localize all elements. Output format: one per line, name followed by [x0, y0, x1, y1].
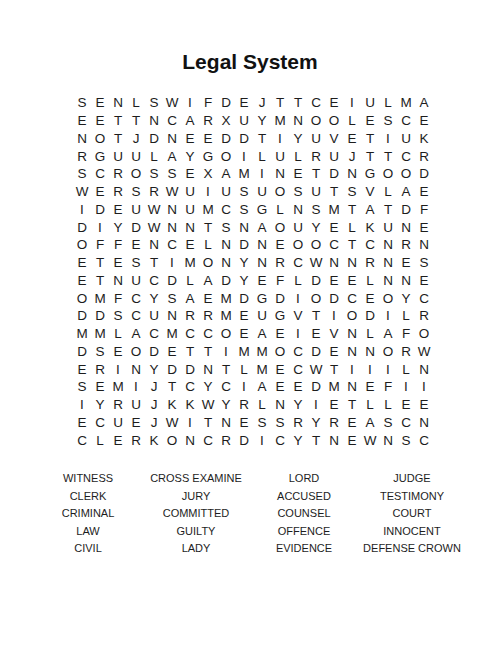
grid-cell: S [73, 94, 91, 112]
grid-cell: Y [289, 431, 307, 449]
grid-cell: W [415, 343, 433, 361]
grid-cell: G [271, 307, 289, 325]
grid-cell: I [73, 201, 91, 219]
grid-cell: O [307, 112, 325, 130]
grid-cell: R [397, 343, 415, 361]
grid-cell: D [145, 343, 163, 361]
grid-cell: D [91, 307, 109, 325]
grid-cell: D [235, 236, 253, 254]
grid-cell: Y [181, 147, 199, 165]
grid-cell: I [379, 360, 397, 378]
grid-cell: E [397, 396, 415, 414]
grid-cell: O [271, 218, 289, 236]
grid-cell: E [91, 378, 109, 396]
grid-cell: E [415, 218, 433, 236]
grid-cell: O [127, 165, 145, 183]
grid-cell: X [217, 112, 235, 130]
grid-cell: S [163, 289, 181, 307]
grid-cell: S [343, 183, 361, 201]
grid-cell: N [379, 272, 397, 290]
grid-cell: L [343, 112, 361, 130]
grid-cell: W [145, 201, 163, 219]
grid-cell: I [91, 218, 109, 236]
word-list-item: OFFENCE [250, 523, 358, 541]
grid-cell: R [199, 112, 217, 130]
grid-cell: S [307, 201, 325, 219]
grid-cell: D [73, 307, 91, 325]
grid-cell: D [307, 272, 325, 290]
grid-cell: C [127, 307, 145, 325]
grid-cell: I [235, 378, 253, 396]
grid-cell: V [361, 183, 379, 201]
grid-cell: O [73, 236, 91, 254]
grid-cell: I [181, 94, 199, 112]
grid-cell: S [163, 165, 181, 183]
grid-cell: E [73, 254, 91, 272]
grid-cell: E [109, 254, 127, 272]
grid-cell: L [361, 272, 379, 290]
grid-cell: S [145, 165, 163, 183]
grid-cell: T [325, 360, 343, 378]
grid-cell: T [379, 147, 397, 165]
grid-cell: E [199, 130, 217, 148]
grid-cell: L [199, 236, 217, 254]
grid-cell: E [289, 378, 307, 396]
word-list-item: ACCUSED [250, 488, 358, 506]
grid-cell: A [163, 147, 181, 165]
grid-cell: D [145, 130, 163, 148]
grid-cell: I [307, 396, 325, 414]
grid-cell: L [397, 360, 415, 378]
grid-cell: N [163, 307, 181, 325]
grid-cell: F [109, 289, 127, 307]
grid-cell: N [397, 218, 415, 236]
grid-cell: V [325, 325, 343, 343]
word-list-column-2: CROSS EXAMINEJURYCOMMITTEDGUILTYLADY [142, 470, 250, 558]
grid-cell: D [325, 289, 343, 307]
grid-cell: U [379, 218, 397, 236]
grid-cell: O [217, 325, 235, 343]
grid-cell: S [217, 218, 235, 236]
grid-cell: R [91, 360, 109, 378]
grid-cell: O [343, 307, 361, 325]
grid-cell: I [379, 130, 397, 148]
grid-cell: O [379, 165, 397, 183]
grid-cell: D [217, 94, 235, 112]
grid-cell: T [307, 307, 325, 325]
grid-cell: C [361, 236, 379, 254]
grid-cell: I [163, 254, 181, 272]
grid-cell: R [271, 254, 289, 272]
grid-cell: I [181, 414, 199, 432]
grid-cell: I [217, 343, 235, 361]
grid-cell: O [217, 147, 235, 165]
word-list-item: JUDGE [358, 470, 466, 488]
grid-cell: E [199, 289, 217, 307]
grid-cell: T [145, 254, 163, 272]
word-list-column-3: LORDACCUSEDCOUNSELOFFENCEEVIDENCE [250, 470, 358, 558]
grid-cell: M [91, 289, 109, 307]
grid-cell: M [217, 307, 235, 325]
word-list-item: CROSS EXAMINE [142, 470, 250, 488]
grid-cell: O [415, 325, 433, 343]
grid-cell: C [181, 325, 199, 343]
grid-cell: R [361, 254, 379, 272]
grid-cell: K [163, 396, 181, 414]
grid-cell: E [181, 165, 199, 183]
grid-cell: N [343, 325, 361, 343]
grid-cell: D [163, 272, 181, 290]
grid-cell: N [343, 254, 361, 272]
grid-cell: U [289, 218, 307, 236]
grid-cell: A [253, 378, 271, 396]
grid-cell: A [217, 165, 235, 183]
grid-cell: T [217, 360, 235, 378]
word-list-item: GUILTY [142, 523, 250, 541]
grid-cell: L [361, 325, 379, 343]
grid-cell: I [253, 165, 271, 183]
grid-cell: L [379, 396, 397, 414]
grid-cell: U [325, 147, 343, 165]
grid-cell: S [91, 343, 109, 361]
grid-cell: M [109, 378, 127, 396]
grid-cell: R [289, 414, 307, 432]
grid-cell: S [415, 254, 433, 272]
grid-cell: T [343, 236, 361, 254]
grid-cell: M [325, 201, 343, 219]
grid-cell: F [397, 325, 415, 343]
grid-cell: U [127, 396, 145, 414]
grid-cell: S [145, 94, 163, 112]
grid-cell: N [109, 94, 127, 112]
grid-cell: C [397, 414, 415, 432]
word-list-item: CLERK [34, 488, 142, 506]
grid-cell: C [415, 289, 433, 307]
grid-cell: L [289, 147, 307, 165]
grid-cell: W [307, 254, 325, 272]
grid-cell: E [271, 236, 289, 254]
grid-cell: L [397, 307, 415, 325]
grid-cell: I [73, 396, 91, 414]
grid-cell: S [379, 414, 397, 432]
grid-cell: N [145, 236, 163, 254]
grid-cell: G [91, 147, 109, 165]
grid-cell: T [361, 147, 379, 165]
grid-cell: N [415, 360, 433, 378]
grid-cell: N [235, 218, 253, 236]
grid-cell: S [397, 431, 415, 449]
grid-cell: Y [307, 218, 325, 236]
grid-cell: M [235, 165, 253, 183]
grid-cell: N [127, 360, 145, 378]
grid-cell: D [325, 165, 343, 183]
grid-cell: C [91, 165, 109, 183]
grid-cell: O [307, 289, 325, 307]
grid-cell: O [397, 165, 415, 183]
grid-cell: R [397, 236, 415, 254]
grid-cell: N [379, 236, 397, 254]
grid-cell: I [361, 360, 379, 378]
grid-cell: Y [289, 396, 307, 414]
grid-cell: K [181, 396, 199, 414]
grid-cell: D [73, 343, 91, 361]
grid-cell: T [325, 183, 343, 201]
grid-cell: N [343, 165, 361, 183]
puzzle-title: Legal System [0, 49, 500, 75]
grid-cell: R [181, 307, 199, 325]
grid-cell: O [271, 343, 289, 361]
grid-cell: E [91, 183, 109, 201]
grid-cell: D [361, 307, 379, 325]
grid-cell: T [199, 414, 217, 432]
grid-cell: S [73, 165, 91, 183]
grid-cell: I [343, 94, 361, 112]
grid-cell: E [73, 272, 91, 290]
grid-cell: J [127, 130, 145, 148]
grid-cell: N [379, 254, 397, 272]
grid-cell: O [379, 343, 397, 361]
grid-cell: D [217, 130, 235, 148]
grid-cell: E [109, 343, 127, 361]
grid-cell: E [235, 94, 253, 112]
grid-cell: E [109, 431, 127, 449]
grid-cell: E [127, 414, 145, 432]
word-list-item: EVIDENCE [250, 540, 358, 558]
grid-cell: O [91, 130, 109, 148]
grid-cell: E [343, 431, 361, 449]
grid-cell: J [145, 414, 163, 432]
grid-cell: W [163, 183, 181, 201]
grid-cell: A [181, 289, 199, 307]
grid-cell: O [289, 236, 307, 254]
grid-cell: U [253, 183, 271, 201]
grid-cell: E [397, 254, 415, 272]
grid-cell: E [271, 378, 289, 396]
grid-cell: R [127, 431, 145, 449]
grid-cell: Y [397, 289, 415, 307]
grid-cell: A [379, 325, 397, 343]
grid-cell: J [145, 378, 163, 396]
grid-cell: M [73, 325, 91, 343]
grid-cell: E [73, 414, 91, 432]
grid-cell: D [307, 343, 325, 361]
grid-cell: R [145, 183, 163, 201]
grid-cell: C [397, 112, 415, 130]
grid-cell: I [235, 147, 253, 165]
grid-cell: E [343, 414, 361, 432]
grid-cell: T [307, 431, 325, 449]
grid-cell: M [199, 201, 217, 219]
grid-cell: G [253, 289, 271, 307]
grid-cell: E [415, 183, 433, 201]
grid-cell: F [379, 378, 397, 396]
grid-cell: E [289, 165, 307, 183]
word-list-item: COURT [358, 505, 466, 523]
grid-cell: M [217, 289, 235, 307]
grid-cell: F [91, 236, 109, 254]
grid-cell: N [325, 431, 343, 449]
grid-cell: A [415, 94, 433, 112]
word-list-column-4: JUDGETESTIMONYCOURTINNOCENTDEFENSE CROWN [358, 470, 466, 558]
grid-cell: A [361, 414, 379, 432]
grid-cell: N [217, 414, 235, 432]
grid-cell: D [307, 378, 325, 396]
grid-cell: C [73, 431, 91, 449]
grid-cell: N [163, 218, 181, 236]
grid-cell: E [325, 94, 343, 112]
grid-cell: A [253, 218, 271, 236]
grid-cell: I [127, 378, 145, 396]
grid-cell: M [253, 343, 271, 361]
grid-cell: E [163, 343, 181, 361]
grid-cell: R [235, 396, 253, 414]
letter-grid: SENLSWIFDEJTTCEIULMAEETTNCARXUYMNOOLESCE… [73, 94, 433, 449]
grid-cell: I [289, 289, 307, 307]
grid-cell: C [181, 378, 199, 396]
grid-cell: Y [145, 289, 163, 307]
grid-cell: R [109, 183, 127, 201]
grid-cell: Y [289, 130, 307, 148]
grid-cell: D [415, 165, 433, 183]
grid-cell: M [325, 378, 343, 396]
grid-cell: T [253, 130, 271, 148]
grid-cell: C [199, 325, 217, 343]
grid-cell: N [415, 236, 433, 254]
grid-cell: I [397, 378, 415, 396]
grid-cell: K [361, 218, 379, 236]
grid-cell: L [253, 147, 271, 165]
grid-cell: A [361, 201, 379, 219]
grid-cell: I [343, 360, 361, 378]
grid-cell: A [127, 325, 145, 343]
grid-cell: D [217, 272, 235, 290]
grid-cell: C [163, 112, 181, 130]
grid-cell: U [109, 414, 127, 432]
grid-cell: C [289, 254, 307, 272]
grid-cell: D [235, 289, 253, 307]
grid-cell: N [163, 130, 181, 148]
grid-cell: M [397, 94, 415, 112]
grid-cell: O [163, 431, 181, 449]
grid-cell: T [127, 112, 145, 130]
grid-cell: T [307, 165, 325, 183]
grid-cell: E [361, 112, 379, 130]
grid-cell: N [361, 343, 379, 361]
grid-cell: L [271, 201, 289, 219]
grid-cell: C [343, 289, 361, 307]
worksheet-page: Legal System SENLSWIFDEJTTCEIULMAEETTNCA… [0, 0, 500, 647]
word-list-item: WITNESS [34, 470, 142, 488]
grid-cell: T [109, 130, 127, 148]
grid-cell: T [181, 343, 199, 361]
grid-cell: L [91, 431, 109, 449]
grid-cell: G [361, 165, 379, 183]
grid-cell: E [325, 218, 343, 236]
grid-cell: E [235, 307, 253, 325]
grid-cell: E [325, 272, 343, 290]
grid-cell: D [397, 201, 415, 219]
grid-cell: I [199, 183, 217, 201]
grid-cell: J [343, 147, 361, 165]
grid-cell: E [253, 272, 271, 290]
grid-cell: D [235, 431, 253, 449]
grid-cell: N [289, 112, 307, 130]
grid-cell: E [343, 130, 361, 148]
grid-cell: U [217, 183, 235, 201]
grid-cell: I [415, 378, 433, 396]
grid-cell: S [127, 183, 145, 201]
grid-cell: E [181, 236, 199, 254]
grid-cell: Y [217, 396, 235, 414]
grid-cell: N [217, 236, 235, 254]
grid-cell: V [325, 130, 343, 148]
grid-cell: E [271, 360, 289, 378]
grid-cell: S [109, 307, 127, 325]
grid-cell: M [271, 112, 289, 130]
grid-cell: C [199, 431, 217, 449]
grid-cell: L [361, 396, 379, 414]
grid-cell: W [199, 396, 217, 414]
grid-cell: E [127, 236, 145, 254]
grid-cell: C [415, 431, 433, 449]
grid-cell: T [271, 94, 289, 112]
grid-cell: R [109, 165, 127, 183]
grid-cell: Y [145, 360, 163, 378]
grid-cell: K [145, 431, 163, 449]
grid-cell: W [145, 218, 163, 236]
word-list-item: COUNSEL [250, 505, 358, 523]
grid-cell: E [181, 130, 199, 148]
grid-cell: O [325, 112, 343, 130]
grid-cell: O [307, 236, 325, 254]
grid-cell: T [379, 201, 397, 219]
grid-cell: F [109, 236, 127, 254]
grid-cell: E [361, 378, 379, 396]
word-list: WITNESSCLERKCRIMINALLAWCIVILCROSS EXAMIN… [34, 470, 466, 558]
grid-cell: C [91, 414, 109, 432]
grid-cell: N [145, 112, 163, 130]
grid-cell: R [73, 147, 91, 165]
grid-cell: O [271, 183, 289, 201]
word-list-column-1: WITNESSCLERKCRIMINALLAWCIVIL [34, 470, 142, 558]
grid-cell: Y [109, 218, 127, 236]
grid-cell: N [325, 254, 343, 272]
grid-cell: O [73, 289, 91, 307]
grid-cell: N [271, 165, 289, 183]
grid-cell: T [199, 343, 217, 361]
grid-cell: A [253, 325, 271, 343]
grid-cell: U [145, 307, 163, 325]
grid-cell: E [109, 201, 127, 219]
grid-cell: C [307, 94, 325, 112]
grid-cell: D [73, 218, 91, 236]
grid-cell: R [307, 147, 325, 165]
grid-cell: L [109, 325, 127, 343]
grid-cell: Y [235, 272, 253, 290]
grid-cell: N [253, 236, 271, 254]
grid-cell: K [415, 130, 433, 148]
grid-cell: U [397, 130, 415, 148]
grid-cell: Y [307, 414, 325, 432]
grid-cell: W [163, 94, 181, 112]
grid-cell: Y [91, 396, 109, 414]
grid-cell: U [361, 94, 379, 112]
grid-cell: L [343, 218, 361, 236]
grid-cell: R [199, 307, 217, 325]
grid-cell: Y [199, 378, 217, 396]
grid-cell: N [253, 254, 271, 272]
grid-cell: U [181, 201, 199, 219]
